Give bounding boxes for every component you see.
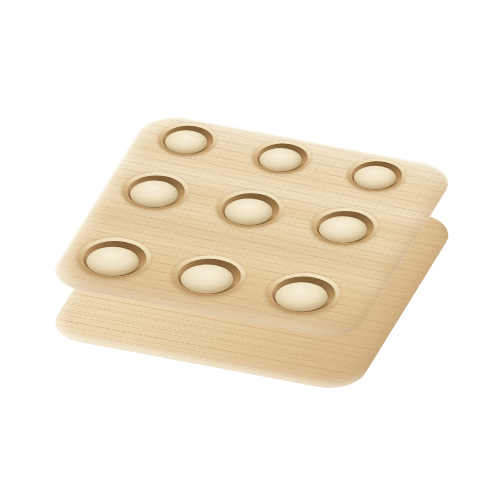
pit-hole <box>169 254 249 299</box>
wooden-ball[interactable] <box>268 278 335 315</box>
wooden-ball[interactable] <box>159 127 212 157</box>
wooden-ball[interactable] <box>79 242 146 279</box>
wooden-ball[interactable] <box>174 260 241 297</box>
pit-rim <box>113 167 199 215</box>
wooden-ball[interactable] <box>124 177 185 211</box>
wooden-ball[interactable] <box>218 195 279 229</box>
pit-rim <box>302 203 388 251</box>
pit-hole <box>155 122 219 158</box>
pit-rim <box>162 250 256 302</box>
pit-rim <box>256 268 350 320</box>
pit-hole <box>250 139 314 175</box>
pit-hole <box>263 271 343 316</box>
pit-rim <box>67 232 161 284</box>
pit-hole <box>344 157 408 193</box>
wooden-ball[interactable] <box>313 212 374 246</box>
pit-hole <box>119 171 192 212</box>
pit-rim <box>207 185 293 233</box>
wooden-ball[interactable] <box>348 163 401 193</box>
pit-hole <box>214 189 287 230</box>
pit-hole <box>308 206 381 247</box>
wooden-ball[interactable] <box>254 145 307 175</box>
product-photo-stage <box>0 0 500 500</box>
pit-hole <box>74 236 154 281</box>
